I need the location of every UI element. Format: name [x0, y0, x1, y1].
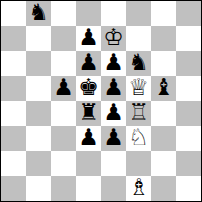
black-pawn-piece[interactable]: ♟ [53, 76, 74, 100]
square-a6[interactable] [1, 51, 26, 76]
square-b1[interactable] [26, 176, 51, 201]
black-bishop-piece[interactable]: ♝ [153, 76, 174, 100]
square-c3[interactable] [51, 126, 76, 151]
square-g8[interactable] [151, 1, 176, 26]
black-pawn-piece[interactable]: ♟ [103, 101, 124, 125]
square-h2[interactable] [176, 151, 201, 176]
square-b7[interactable] [26, 26, 51, 51]
square-h1[interactable] [176, 176, 201, 201]
square-e3[interactable]: ♟ [101, 126, 126, 151]
square-b2[interactable] [26, 151, 51, 176]
square-h3[interactable] [176, 126, 201, 151]
square-h6[interactable] [176, 51, 201, 76]
square-f4[interactable]: ♖ [126, 101, 151, 126]
square-c5[interactable]: ♟ [51, 76, 76, 101]
white-king-piece[interactable]: ♔ [103, 26, 124, 50]
square-f7[interactable] [126, 26, 151, 51]
white-bishop-piece[interactable]: ♗ [128, 176, 149, 200]
square-a2[interactable] [1, 151, 26, 176]
black-pawn-piece[interactable]: ♟ [103, 51, 124, 75]
square-f1[interactable]: ♗ [126, 176, 151, 201]
square-e8[interactable] [101, 1, 126, 26]
black-pawn-piece[interactable]: ♟ [78, 126, 99, 150]
white-rook-piece[interactable]: ♖ [128, 101, 149, 125]
square-h5[interactable] [176, 76, 201, 101]
chess-board: ♞♟♔♟♟♞♟♚♟♕♝♜♟♖♟♟♘♗ [0, 0, 202, 202]
square-e1[interactable] [101, 176, 126, 201]
square-g6[interactable] [151, 51, 176, 76]
square-f3[interactable]: ♘ [126, 126, 151, 151]
square-b3[interactable] [26, 126, 51, 151]
black-pawn-piece[interactable]: ♟ [78, 51, 99, 75]
white-knight-piece[interactable]: ♘ [128, 126, 149, 150]
square-d3[interactable]: ♟ [76, 126, 101, 151]
square-d8[interactable] [76, 1, 101, 26]
square-a1[interactable] [1, 176, 26, 201]
square-f6[interactable]: ♞ [126, 51, 151, 76]
square-d5[interactable]: ♚ [76, 76, 101, 101]
square-d7[interactable]: ♟ [76, 26, 101, 51]
square-a5[interactable] [1, 76, 26, 101]
square-f2[interactable] [126, 151, 151, 176]
square-c4[interactable] [51, 101, 76, 126]
square-c8[interactable] [51, 1, 76, 26]
square-e6[interactable]: ♟ [101, 51, 126, 76]
square-a3[interactable] [1, 126, 26, 151]
square-f8[interactable] [126, 1, 151, 26]
square-e5[interactable]: ♟ [101, 76, 126, 101]
white-queen-piece[interactable]: ♕ [128, 76, 149, 100]
square-e4[interactable]: ♟ [101, 101, 126, 126]
square-a7[interactable] [1, 26, 26, 51]
square-h7[interactable] [176, 26, 201, 51]
square-a8[interactable] [1, 1, 26, 26]
square-g4[interactable] [151, 101, 176, 126]
black-knight-piece[interactable]: ♞ [28, 1, 49, 25]
square-b6[interactable] [26, 51, 51, 76]
square-f5[interactable]: ♕ [126, 76, 151, 101]
square-c7[interactable] [51, 26, 76, 51]
square-d6[interactable]: ♟ [76, 51, 101, 76]
black-pawn-piece[interactable]: ♟ [103, 126, 124, 150]
square-b8[interactable]: ♞ [26, 1, 51, 26]
square-g1[interactable] [151, 176, 176, 201]
square-h8[interactable] [176, 1, 201, 26]
black-pawn-piece[interactable]: ♟ [103, 76, 124, 100]
square-e7[interactable]: ♔ [101, 26, 126, 51]
square-b4[interactable] [26, 101, 51, 126]
board-grid: ♞♟♔♟♟♞♟♚♟♕♝♜♟♖♟♟♘♗ [1, 1, 201, 201]
square-d4[interactable]: ♜ [76, 101, 101, 126]
black-knight-piece[interactable]: ♞ [128, 51, 149, 75]
square-g7[interactable] [151, 26, 176, 51]
square-b5[interactable] [26, 76, 51, 101]
black-rook-piece[interactable]: ♜ [78, 101, 99, 125]
black-king-piece[interactable]: ♚ [78, 76, 99, 100]
black-pawn-piece[interactable]: ♟ [78, 26, 99, 50]
square-c6[interactable] [51, 51, 76, 76]
square-c2[interactable] [51, 151, 76, 176]
square-g5[interactable]: ♝ [151, 76, 176, 101]
square-d2[interactable] [76, 151, 101, 176]
square-a4[interactable] [1, 101, 26, 126]
square-c1[interactable] [51, 176, 76, 201]
square-d1[interactable] [76, 176, 101, 201]
square-h4[interactable] [176, 101, 201, 126]
square-e2[interactable] [101, 151, 126, 176]
square-g3[interactable] [151, 126, 176, 151]
square-g2[interactable] [151, 151, 176, 176]
